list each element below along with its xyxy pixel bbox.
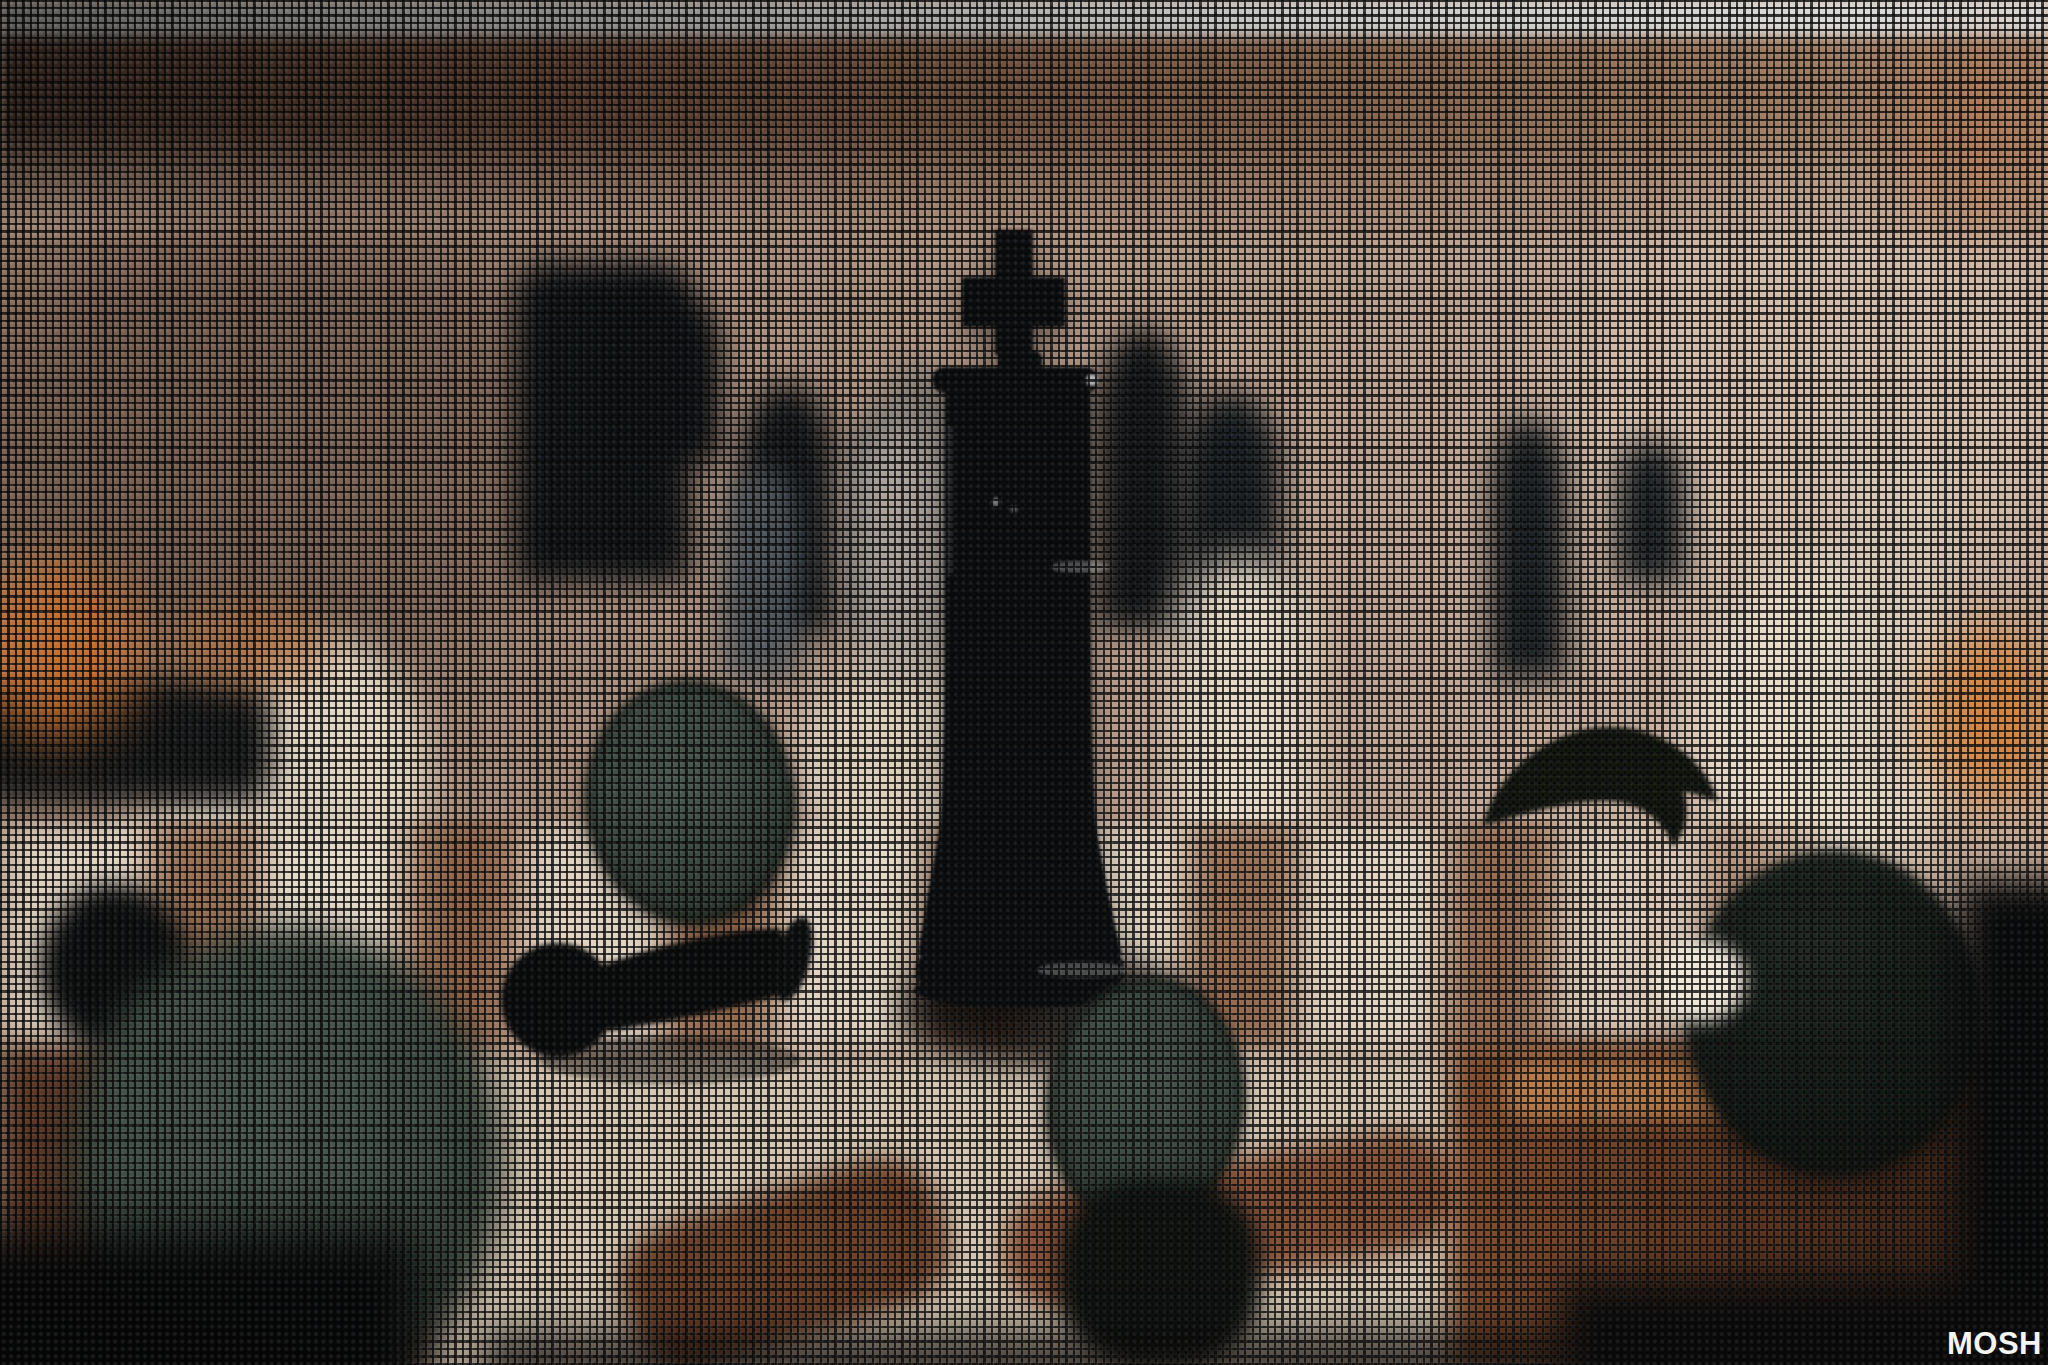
watermark-logo: MOSH bbox=[1947, 1326, 2042, 1362]
halftone-chess-photo: MOSH bbox=[0, 0, 2048, 1365]
vignette bbox=[0, 0, 2048, 1365]
